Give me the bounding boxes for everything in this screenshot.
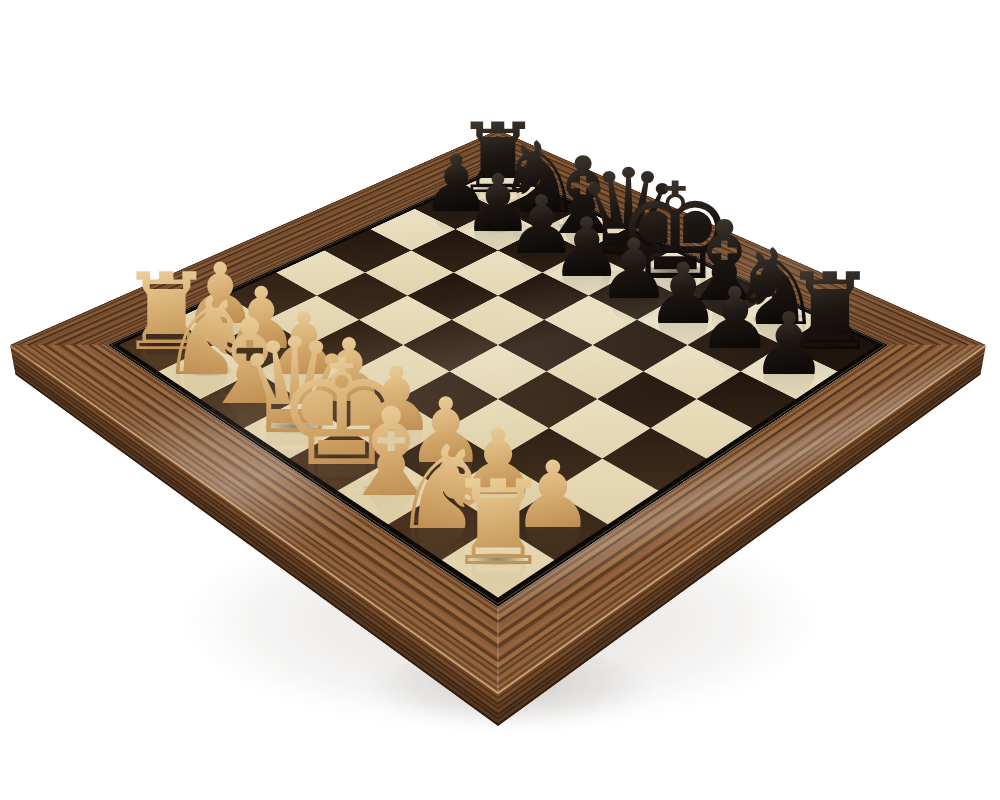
piece-white-rook-h1[interactable]: ♜: [446, 465, 551, 582]
piece-black-pawn-h7[interactable]: ♟: [750, 301, 827, 387]
square-h5[interactable]: [651, 399, 753, 459]
square-g5[interactable]: [597, 371, 696, 428]
chess-set-photo: Ebonised black and boxwood Staunton ches…: [0, 0, 1000, 800]
square-f5[interactable]: [546, 345, 643, 399]
